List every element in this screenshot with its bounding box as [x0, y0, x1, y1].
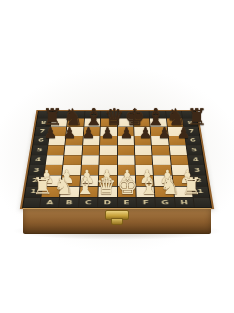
chess-set-photo: 8877665544332211ABCDEFGH ♜♞♝♛♚♝♞♜♟♟♟♟♟♟♟… [0, 0, 234, 313]
white-king-e1: ♚ [117, 175, 138, 198]
chessboard-scene: 8877665544332211ABCDEFGH ♜♞♝♛♚♝♞♜♟♟♟♟♟♟♟… [22, 98, 212, 208]
black-pawn-d7: ♟ [98, 126, 117, 141]
black-pawn-b7: ♟ [60, 126, 79, 141]
black-pawn-h7: ♟ [174, 126, 193, 141]
brass-clasp-icon [105, 210, 129, 220]
black-pawn-c7: ♟ [79, 126, 98, 141]
piece-row-rank-1: ♜♞♝♛♚♝♞♜ [32, 175, 202, 198]
white-bishop-f1: ♝ [138, 175, 159, 198]
white-bishop-c1: ♝ [75, 175, 96, 198]
white-rook-h1: ♜ [181, 175, 202, 198]
black-pawn-e7: ♟ [117, 126, 136, 141]
piece-row-rank-7: ♟♟♟♟♟♟♟♟ [41, 126, 193, 141]
black-pawn-f7: ♟ [136, 126, 155, 141]
black-pawn-a7: ♟ [41, 126, 60, 141]
piece-layer: ♜♞♝♛♚♝♞♜♟♟♟♟♟♟♟♟♟♟♟♟♟♟♟♟♜♞♝♛♚♝♞♜ [22, 98, 212, 208]
white-knight-g1: ♞ [160, 175, 181, 198]
black-pawn-g7: ♟ [155, 126, 174, 141]
white-knight-b1: ♞ [53, 175, 74, 198]
white-queen-d1: ♛ [96, 175, 117, 198]
white-rook-a1: ♜ [32, 175, 53, 198]
box-front [23, 208, 211, 234]
